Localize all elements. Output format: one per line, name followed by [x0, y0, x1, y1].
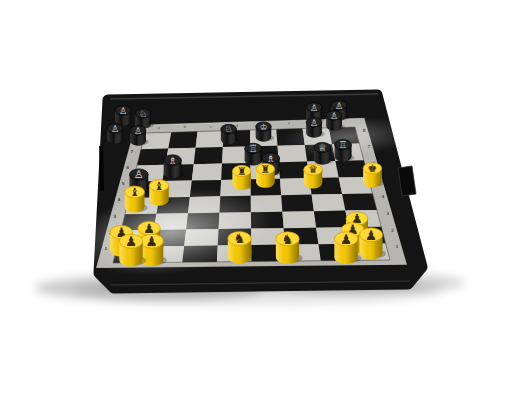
piece-glyph-knight: ♞: [233, 231, 245, 246]
piece-glyph-pawn: ♙: [310, 118, 318, 128]
product-photo: 8877665544332211abcdefgh♙♙♙♘♙♙♔♙♘♙♖♕♖♗♗♚…: [0, 0, 520, 400]
piece-glyph-bishop: ♗: [168, 154, 177, 166]
rank-label-left: 6: [126, 165, 129, 170]
rank-label-right: 4: [382, 194, 385, 199]
piece-glyph-pawn: ♙: [119, 106, 127, 116]
piece-glyph-queen: ♕: [318, 142, 327, 153]
rank-label-left: 1: [105, 246, 108, 251]
file-label-far: c: [210, 124, 212, 129]
piece-glyph-pawn: ♙: [310, 103, 318, 113]
file-label-far: b: [184, 124, 187, 129]
piece-glyph-rook: ♜: [261, 163, 271, 176]
square-c8: [196, 131, 224, 148]
piece-glyph-queen: ♛: [308, 163, 318, 176]
piece-glyph-king: ♚: [368, 162, 378, 175]
piece-glyph-knight: ♘: [225, 124, 233, 134]
square-f3: [282, 211, 316, 228]
square-h4: [342, 194, 377, 211]
piece-glyph-rook: ♖: [339, 139, 348, 150]
piece-glyph-pawn: ♟: [365, 228, 377, 243]
rank-label-left: 5: [122, 181, 125, 186]
piece-glyph-king: ♔: [259, 122, 267, 132]
piece-glyph-bishop: ♝: [154, 180, 164, 193]
square-f4: [281, 195, 314, 212]
square-c6: [192, 164, 222, 181]
square-a7: [137, 149, 168, 166]
piece-glyph-pawn: ♙: [134, 168, 144, 181]
rank-label-left: 7: [130, 149, 133, 154]
rank-label-left: 3: [113, 214, 116, 219]
rank-label-right: 3: [386, 211, 389, 216]
rank-label-right: 1: [396, 244, 399, 249]
piece-glyph-pawn: ♟: [146, 233, 158, 249]
piece-glyph-knight: ♞: [281, 231, 293, 247]
piece-white-pawn-h1: ♟: [359, 228, 386, 260]
square-c7: [194, 147, 223, 164]
piece-glyph-rook: ♖: [249, 143, 258, 154]
piece-glyph-pawn: ♙: [335, 101, 343, 111]
rank-label-left: 4: [118, 197, 121, 202]
piece-glyph-pawn: ♙: [134, 126, 142, 136]
rank-label-right: 7: [367, 144, 370, 149]
piece-glyph-knight: ♘: [139, 109, 147, 119]
piece-glyph-rook: ♜: [237, 165, 247, 178]
piece-glyph-bishop: ♝: [129, 185, 139, 199]
piece-glyph-pawn: ♟: [340, 231, 352, 247]
rank-label-right: 8: [363, 128, 366, 133]
rank-label-right: 2: [391, 228, 394, 233]
square-b8: [168, 132, 197, 149]
piece-white-knight-d1: ♞: [228, 231, 255, 263]
piece-glyph-pawn: ♙: [111, 124, 119, 134]
square-g4: [312, 194, 346, 211]
file-label-far: a: [158, 125, 161, 130]
chess-set-photo: 8877665544332211abcdefgh♙♙♙♘♙♙♔♙♘♙♖♕♖♗♗♚…: [0, 0, 520, 400]
piece-glyph-pawn: ♟: [125, 233, 137, 249]
piece-glyph-pawn: ♙: [330, 111, 338, 121]
